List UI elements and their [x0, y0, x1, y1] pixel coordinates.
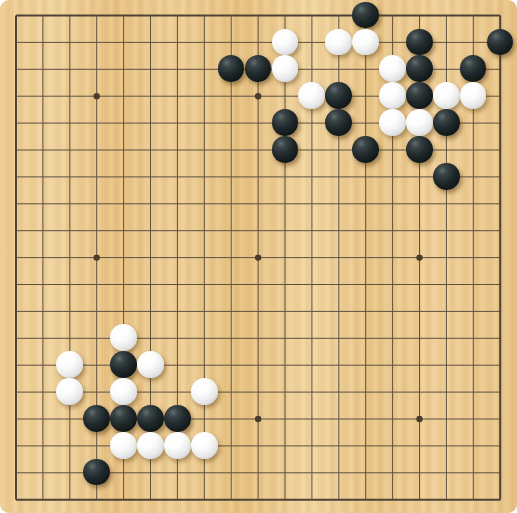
intersection-n7[interactable]	[325, 325, 352, 352]
intersection-h12[interactable]	[191, 190, 218, 217]
intersection-p10[interactable]	[379, 244, 406, 271]
intersection-p6[interactable]	[379, 352, 406, 379]
intersection-f18[interactable]	[137, 29, 164, 56]
intersection-q18[interactable]	[406, 29, 433, 56]
intersection-q12[interactable]	[406, 190, 433, 217]
intersection-r7[interactable]	[433, 325, 460, 352]
intersection-l6[interactable]	[271, 352, 298, 379]
intersection-a16[interactable]	[3, 83, 30, 110]
intersection-r17[interactable]	[433, 56, 460, 83]
intersection-f2[interactable]	[137, 459, 164, 486]
intersection-e10[interactable]	[110, 244, 137, 271]
intersection-r18[interactable]	[433, 29, 460, 56]
intersection-c8[interactable]	[56, 298, 83, 325]
intersection-s10[interactable]	[460, 244, 487, 271]
intersection-b11[interactable]	[29, 217, 56, 244]
intersection-r4[interactable]	[433, 405, 460, 432]
intersection-q7[interactable]	[406, 325, 433, 352]
intersection-h10[interactable]	[191, 244, 218, 271]
intersection-r19[interactable]	[433, 2, 460, 29]
intersection-q14[interactable]	[406, 137, 433, 164]
intersection-h15[interactable]	[191, 110, 218, 137]
intersection-c19[interactable]	[56, 2, 83, 29]
intersection-s8[interactable]	[460, 298, 487, 325]
intersection-h18[interactable]	[191, 29, 218, 56]
intersection-j3[interactable]	[218, 432, 245, 459]
intersection-r3[interactable]	[433, 432, 460, 459]
intersection-s11[interactable]	[460, 217, 487, 244]
intersection-l3[interactable]	[271, 432, 298, 459]
intersection-f4[interactable]	[137, 405, 164, 432]
intersection-c9[interactable]	[56, 271, 83, 298]
intersection-g19[interactable]	[164, 2, 191, 29]
intersection-d10[interactable]	[83, 244, 110, 271]
intersection-s2[interactable]	[460, 459, 487, 486]
intersection-l18[interactable]	[271, 29, 298, 56]
intersection-t17[interactable]	[487, 56, 514, 83]
intersection-k19[interactable]	[245, 2, 272, 29]
intersection-t5[interactable]	[487, 379, 514, 406]
intersection-r13[interactable]	[433, 163, 460, 190]
intersection-b16[interactable]	[29, 83, 56, 110]
intersection-d18[interactable]	[83, 29, 110, 56]
intersection-a17[interactable]	[3, 56, 30, 83]
intersection-a9[interactable]	[3, 271, 30, 298]
intersection-k9[interactable]	[245, 271, 272, 298]
intersection-s1[interactable]	[460, 486, 487, 513]
intersection-p4[interactable]	[379, 405, 406, 432]
intersection-e18[interactable]	[110, 29, 137, 56]
intersection-k4[interactable]	[245, 405, 272, 432]
intersection-p18[interactable]	[379, 29, 406, 56]
intersection-c7[interactable]	[56, 325, 83, 352]
intersection-k13[interactable]	[245, 163, 272, 190]
intersection-g12[interactable]	[164, 190, 191, 217]
intersection-p8[interactable]	[379, 298, 406, 325]
intersection-o7[interactable]	[352, 325, 379, 352]
intersection-p1[interactable]	[379, 486, 406, 513]
intersection-k1[interactable]	[245, 486, 272, 513]
intersection-j11[interactable]	[218, 217, 245, 244]
intersection-o18[interactable]	[352, 29, 379, 56]
intersection-a3[interactable]	[3, 432, 30, 459]
intersection-e19[interactable]	[110, 2, 137, 29]
intersection-e14[interactable]	[110, 137, 137, 164]
intersection-a7[interactable]	[3, 325, 30, 352]
intersection-d19[interactable]	[83, 2, 110, 29]
intersection-l1[interactable]	[271, 486, 298, 513]
intersection-q8[interactable]	[406, 298, 433, 325]
intersection-l4[interactable]	[271, 405, 298, 432]
intersection-l13[interactable]	[271, 163, 298, 190]
intersection-o13[interactable]	[352, 163, 379, 190]
intersection-c3[interactable]	[56, 432, 83, 459]
intersection-f17[interactable]	[137, 56, 164, 83]
intersection-o15[interactable]	[352, 110, 379, 137]
intersection-g2[interactable]	[164, 459, 191, 486]
intersection-e3[interactable]	[110, 432, 137, 459]
intersection-b8[interactable]	[29, 298, 56, 325]
intersection-f12[interactable]	[137, 190, 164, 217]
intersection-n5[interactable]	[325, 379, 352, 406]
intersection-l19[interactable]	[271, 2, 298, 29]
intersection-m12[interactable]	[298, 190, 325, 217]
intersection-f6[interactable]	[137, 352, 164, 379]
intersection-q11[interactable]	[406, 217, 433, 244]
intersection-c13[interactable]	[56, 163, 83, 190]
intersection-d9[interactable]	[83, 271, 110, 298]
intersection-b2[interactable]	[29, 459, 56, 486]
intersection-d3[interactable]	[83, 432, 110, 459]
intersection-f11[interactable]	[137, 217, 164, 244]
intersection-g7[interactable]	[164, 325, 191, 352]
intersection-t9[interactable]	[487, 271, 514, 298]
intersection-o14[interactable]	[352, 137, 379, 164]
intersection-t7[interactable]	[487, 325, 514, 352]
intersection-r10[interactable]	[433, 244, 460, 271]
intersection-k11[interactable]	[245, 217, 272, 244]
intersection-k5[interactable]	[245, 379, 272, 406]
intersection-n13[interactable]	[325, 163, 352, 190]
intersection-o3[interactable]	[352, 432, 379, 459]
intersection-h17[interactable]	[191, 56, 218, 83]
intersection-b17[interactable]	[29, 56, 56, 83]
intersection-n10[interactable]	[325, 244, 352, 271]
intersection-h9[interactable]	[191, 271, 218, 298]
intersection-q19[interactable]	[406, 2, 433, 29]
intersection-h2[interactable]	[191, 459, 218, 486]
intersection-r15[interactable]	[433, 110, 460, 137]
intersection-q3[interactable]	[406, 432, 433, 459]
intersection-s13[interactable]	[460, 163, 487, 190]
intersection-k15[interactable]	[245, 110, 272, 137]
intersection-n1[interactable]	[325, 486, 352, 513]
intersection-m5[interactable]	[298, 379, 325, 406]
intersection-o5[interactable]	[352, 379, 379, 406]
intersection-s9[interactable]	[460, 271, 487, 298]
intersection-a18[interactable]	[3, 29, 30, 56]
intersection-s16[interactable]	[460, 83, 487, 110]
intersection-h8[interactable]	[191, 298, 218, 325]
intersection-n15[interactable]	[325, 110, 352, 137]
intersection-m11[interactable]	[298, 217, 325, 244]
intersection-a8[interactable]	[3, 298, 30, 325]
intersection-r2[interactable]	[433, 459, 460, 486]
intersection-m4[interactable]	[298, 405, 325, 432]
intersection-p11[interactable]	[379, 217, 406, 244]
intersection-j1[interactable]	[218, 486, 245, 513]
intersection-o9[interactable]	[352, 271, 379, 298]
intersection-n8[interactable]	[325, 298, 352, 325]
intersection-a1[interactable]	[3, 486, 30, 513]
intersection-r16[interactable]	[433, 83, 460, 110]
intersection-l16[interactable]	[271, 83, 298, 110]
intersection-p15[interactable]	[379, 110, 406, 137]
intersection-p19[interactable]	[379, 2, 406, 29]
intersection-b12[interactable]	[29, 190, 56, 217]
intersection-t3[interactable]	[487, 432, 514, 459]
intersection-r14[interactable]	[433, 137, 460, 164]
intersection-q15[interactable]	[406, 110, 433, 137]
intersection-k2[interactable]	[245, 459, 272, 486]
intersection-h19[interactable]	[191, 2, 218, 29]
intersection-a4[interactable]	[3, 405, 30, 432]
intersection-s15[interactable]	[460, 110, 487, 137]
intersection-c14[interactable]	[56, 137, 83, 164]
intersection-n4[interactable]	[325, 405, 352, 432]
intersection-m17[interactable]	[298, 56, 325, 83]
intersection-d11[interactable]	[83, 217, 110, 244]
intersection-o4[interactable]	[352, 405, 379, 432]
intersection-t8[interactable]	[487, 298, 514, 325]
intersection-e9[interactable]	[110, 271, 137, 298]
intersection-b14[interactable]	[29, 137, 56, 164]
intersection-e8[interactable]	[110, 298, 137, 325]
intersection-e6[interactable]	[110, 352, 137, 379]
intersection-s14[interactable]	[460, 137, 487, 164]
intersection-m16[interactable]	[298, 83, 325, 110]
intersection-k12[interactable]	[245, 190, 272, 217]
intersection-m8[interactable]	[298, 298, 325, 325]
intersection-h14[interactable]	[191, 137, 218, 164]
intersection-g8[interactable]	[164, 298, 191, 325]
intersection-f3[interactable]	[137, 432, 164, 459]
intersection-m7[interactable]	[298, 325, 325, 352]
intersection-a10[interactable]	[3, 244, 30, 271]
intersection-q1[interactable]	[406, 486, 433, 513]
intersection-o16[interactable]	[352, 83, 379, 110]
intersection-f7[interactable]	[137, 325, 164, 352]
intersection-o19[interactable]	[352, 2, 379, 29]
intersection-b3[interactable]	[29, 432, 56, 459]
intersection-j17[interactable]	[218, 56, 245, 83]
intersection-t4[interactable]	[487, 405, 514, 432]
intersection-j16[interactable]	[218, 83, 245, 110]
intersection-n2[interactable]	[325, 459, 352, 486]
intersection-j6[interactable]	[218, 352, 245, 379]
intersection-a19[interactable]	[3, 2, 30, 29]
intersection-e4[interactable]	[110, 405, 137, 432]
intersection-l7[interactable]	[271, 325, 298, 352]
intersection-r11[interactable]	[433, 217, 460, 244]
intersection-f10[interactable]	[137, 244, 164, 271]
intersection-l14[interactable]	[271, 137, 298, 164]
intersection-n18[interactable]	[325, 29, 352, 56]
intersection-o12[interactable]	[352, 190, 379, 217]
intersection-g3[interactable]	[164, 432, 191, 459]
intersection-j5[interactable]	[218, 379, 245, 406]
intersection-l9[interactable]	[271, 271, 298, 298]
intersection-s19[interactable]	[460, 2, 487, 29]
intersection-k7[interactable]	[245, 325, 272, 352]
intersection-d2[interactable]	[83, 459, 110, 486]
intersection-d8[interactable]	[83, 298, 110, 325]
intersection-c5[interactable]	[56, 379, 83, 406]
intersection-s3[interactable]	[460, 432, 487, 459]
intersection-g16[interactable]	[164, 83, 191, 110]
intersection-p16[interactable]	[379, 83, 406, 110]
intersection-j19[interactable]	[218, 2, 245, 29]
intersection-c18[interactable]	[56, 29, 83, 56]
intersection-h3[interactable]	[191, 432, 218, 459]
intersection-q5[interactable]	[406, 379, 433, 406]
intersection-f5[interactable]	[137, 379, 164, 406]
intersection-g13[interactable]	[164, 163, 191, 190]
intersection-h16[interactable]	[191, 83, 218, 110]
intersection-t15[interactable]	[487, 110, 514, 137]
intersection-b7[interactable]	[29, 325, 56, 352]
intersection-a5[interactable]	[3, 379, 30, 406]
intersection-h1[interactable]	[191, 486, 218, 513]
intersection-g18[interactable]	[164, 29, 191, 56]
intersection-a11[interactable]	[3, 217, 30, 244]
intersection-e5[interactable]	[110, 379, 137, 406]
intersection-f1[interactable]	[137, 486, 164, 513]
intersection-l5[interactable]	[271, 379, 298, 406]
intersection-g11[interactable]	[164, 217, 191, 244]
intersection-n3[interactable]	[325, 432, 352, 459]
intersection-d16[interactable]	[83, 83, 110, 110]
intersection-e17[interactable]	[110, 56, 137, 83]
intersection-e1[interactable]	[110, 486, 137, 513]
intersection-r5[interactable]	[433, 379, 460, 406]
intersection-m9[interactable]	[298, 271, 325, 298]
intersection-l12[interactable]	[271, 190, 298, 217]
intersection-d13[interactable]	[83, 163, 110, 190]
intersection-d6[interactable]	[83, 352, 110, 379]
intersection-h13[interactable]	[191, 163, 218, 190]
intersection-p5[interactable]	[379, 379, 406, 406]
intersection-p9[interactable]	[379, 271, 406, 298]
intersection-f13[interactable]	[137, 163, 164, 190]
intersection-a2[interactable]	[3, 459, 30, 486]
intersection-n11[interactable]	[325, 217, 352, 244]
intersection-o6[interactable]	[352, 352, 379, 379]
intersection-g1[interactable]	[164, 486, 191, 513]
intersection-g17[interactable]	[164, 56, 191, 83]
intersection-o8[interactable]	[352, 298, 379, 325]
intersection-j8[interactable]	[218, 298, 245, 325]
intersection-g6[interactable]	[164, 352, 191, 379]
intersection-t19[interactable]	[487, 2, 514, 29]
intersection-j14[interactable]	[218, 137, 245, 164]
intersection-q9[interactable]	[406, 271, 433, 298]
intersection-o17[interactable]	[352, 56, 379, 83]
intersection-o1[interactable]	[352, 486, 379, 513]
intersection-a6[interactable]	[3, 352, 30, 379]
intersection-l8[interactable]	[271, 298, 298, 325]
intersection-m3[interactable]	[298, 432, 325, 459]
intersection-b10[interactable]	[29, 244, 56, 271]
intersection-e15[interactable]	[110, 110, 137, 137]
intersection-d1[interactable]	[83, 486, 110, 513]
intersection-l2[interactable]	[271, 459, 298, 486]
intersection-t18[interactable]	[487, 29, 514, 56]
intersection-h7[interactable]	[191, 325, 218, 352]
intersection-o2[interactable]	[352, 459, 379, 486]
intersection-t11[interactable]	[487, 217, 514, 244]
intersection-t13[interactable]	[487, 163, 514, 190]
intersection-q6[interactable]	[406, 352, 433, 379]
intersection-p13[interactable]	[379, 163, 406, 190]
intersection-k3[interactable]	[245, 432, 272, 459]
intersection-m10[interactable]	[298, 244, 325, 271]
intersection-j13[interactable]	[218, 163, 245, 190]
intersection-q17[interactable]	[406, 56, 433, 83]
intersection-j15[interactable]	[218, 110, 245, 137]
intersection-q4[interactable]	[406, 405, 433, 432]
intersection-l11[interactable]	[271, 217, 298, 244]
intersection-b4[interactable]	[29, 405, 56, 432]
intersection-f19[interactable]	[137, 2, 164, 29]
intersection-n12[interactable]	[325, 190, 352, 217]
intersection-h4[interactable]	[191, 405, 218, 432]
intersection-k16[interactable]	[245, 83, 272, 110]
intersection-g5[interactable]	[164, 379, 191, 406]
intersection-r12[interactable]	[433, 190, 460, 217]
intersection-b9[interactable]	[29, 271, 56, 298]
intersection-c17[interactable]	[56, 56, 83, 83]
intersection-n17[interactable]	[325, 56, 352, 83]
intersection-p14[interactable]	[379, 137, 406, 164]
intersection-b15[interactable]	[29, 110, 56, 137]
intersection-s7[interactable]	[460, 325, 487, 352]
intersection-a13[interactable]	[3, 163, 30, 190]
intersection-a15[interactable]	[3, 110, 30, 137]
intersection-e12[interactable]	[110, 190, 137, 217]
intersection-g14[interactable]	[164, 137, 191, 164]
intersection-n14[interactable]	[325, 137, 352, 164]
intersection-n6[interactable]	[325, 352, 352, 379]
intersection-d5[interactable]	[83, 379, 110, 406]
intersection-s12[interactable]	[460, 190, 487, 217]
intersection-f9[interactable]	[137, 271, 164, 298]
intersection-s6[interactable]	[460, 352, 487, 379]
intersection-s5[interactable]	[460, 379, 487, 406]
intersection-e13[interactable]	[110, 163, 137, 190]
intersection-e2[interactable]	[110, 459, 137, 486]
intersection-f15[interactable]	[137, 110, 164, 137]
intersection-c2[interactable]	[56, 459, 83, 486]
intersection-b19[interactable]	[29, 2, 56, 29]
intersection-k8[interactable]	[245, 298, 272, 325]
intersection-j4[interactable]	[218, 405, 245, 432]
intersection-a12[interactable]	[3, 190, 30, 217]
intersection-k17[interactable]	[245, 56, 272, 83]
intersection-g10[interactable]	[164, 244, 191, 271]
intersection-b6[interactable]	[29, 352, 56, 379]
intersection-k6[interactable]	[245, 352, 272, 379]
intersection-l15[interactable]	[271, 110, 298, 137]
intersection-q10[interactable]	[406, 244, 433, 271]
intersection-t6[interactable]	[487, 352, 514, 379]
intersection-p12[interactable]	[379, 190, 406, 217]
intersection-g4[interactable]	[164, 405, 191, 432]
intersection-p7[interactable]	[379, 325, 406, 352]
intersection-q16[interactable]	[406, 83, 433, 110]
intersection-c10[interactable]	[56, 244, 83, 271]
intersection-c16[interactable]	[56, 83, 83, 110]
intersection-a14[interactable]	[3, 137, 30, 164]
intersection-d17[interactable]	[83, 56, 110, 83]
intersection-b1[interactable]	[29, 486, 56, 513]
intersection-b5[interactable]	[29, 379, 56, 406]
intersection-f14[interactable]	[137, 137, 164, 164]
intersection-o10[interactable]	[352, 244, 379, 271]
intersection-c11[interactable]	[56, 217, 83, 244]
intersection-d7[interactable]	[83, 325, 110, 352]
intersection-r6[interactable]	[433, 352, 460, 379]
